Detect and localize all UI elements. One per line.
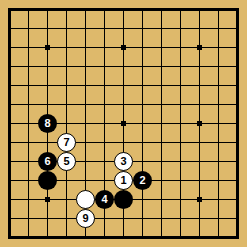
move-number-label: 7 [63, 137, 69, 148]
move-number-label: 4 [101, 194, 107, 205]
go-board-diagram: 876531249 [0, 0, 247, 247]
move-number-label: 3 [120, 156, 126, 167]
move-number-label: 6 [44, 156, 50, 167]
go-stone-white-g5-move-3: 3 [114, 152, 133, 171]
go-stone-black-f3-move-4: 4 [95, 190, 114, 209]
go-stone-white-e2-move-9: 9 [76, 209, 95, 228]
go-stone-black-c7-move-8: 8 [38, 114, 57, 133]
move-number-label: 8 [44, 118, 50, 129]
go-stone-white-e3 [76, 190, 95, 209]
go-stone-white-d5-move-5: 5 [57, 152, 76, 171]
move-number-label: 1 [120, 175, 126, 186]
go-stone-black-g3 [114, 190, 133, 209]
stones-layer: 876531249 [0, 0, 247, 247]
go-stone-black-h4-move-2: 2 [133, 171, 152, 190]
go-stone-white-d6-move-7: 7 [57, 133, 76, 152]
move-number-label: 5 [63, 156, 69, 167]
move-number-label: 9 [82, 213, 88, 224]
go-stone-black-c5-move-6: 6 [38, 152, 57, 171]
move-number-label: 2 [139, 175, 145, 186]
go-stone-white-g4-move-1: 1 [114, 171, 133, 190]
go-stone-black-c4 [38, 171, 57, 190]
